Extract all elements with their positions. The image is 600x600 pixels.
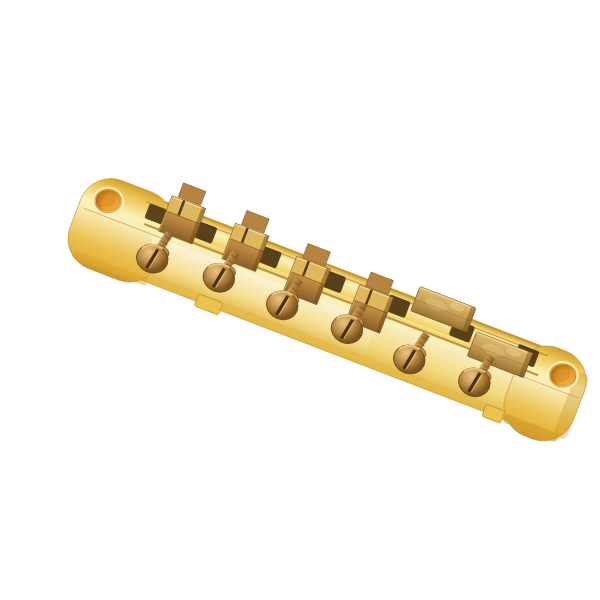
post-hole-left xyxy=(93,188,123,215)
post-hole-right xyxy=(548,362,578,389)
product-photo: Gold ABR-1 style Tune-o-matic electric g… xyxy=(40,16,600,600)
bridge-illustration: Gold ABR-1 style Tune-o-matic electric g… xyxy=(40,16,600,600)
